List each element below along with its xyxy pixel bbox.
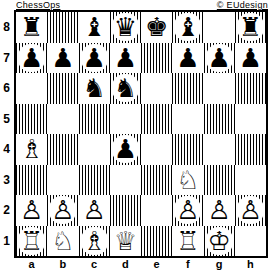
square-g7: ♟ [204,43,235,74]
square-f2: ♙ [172,195,203,226]
piece-white-pawn: ♙ [174,196,201,224]
piece-black-pawn: ♟ [174,44,201,72]
piece-white-pawn: ♙ [206,196,233,224]
file-label-g: g [204,258,235,270]
rank-label-8: 8 [0,12,13,43]
piece-white-queen: ♕ [112,227,139,255]
piece-white-bishop: ♗ [81,227,108,255]
piece-black-pawn: ♟ [18,44,45,72]
square-g8 [204,12,235,43]
square-c1: ♗ [79,226,110,257]
square-e8: ♚ [141,12,172,43]
piece-white-pawn: ♙ [81,196,108,224]
square-b7: ♟ [47,43,78,74]
square-a3 [16,165,47,196]
file-label-d: d [110,258,141,270]
square-d6: ♞ [110,73,141,104]
square-h6 [235,73,266,104]
file-label-c: c [79,258,110,270]
square-a7: ♟ [16,43,47,74]
square-c3 [79,165,110,196]
square-c6: ♞ [79,73,110,104]
rank-labels: 87654321 [0,12,13,256]
square-c2: ♙ [79,195,110,226]
piece-white-king: ♔ [206,227,233,255]
square-e3 [141,165,172,196]
rank-label-3: 3 [0,165,13,196]
piece-black-bishop: ♝ [174,13,201,41]
square-b1: ♘ [47,226,78,257]
chess-board: ♜♝♛♚♝♜♟♟♟♟♟♟♟♞♞♗♟♘♙♙♙♙♙♙♖♘♗♕♖♔ [14,10,268,258]
square-e6 [141,73,172,104]
square-f1: ♖ [172,226,203,257]
eudesign-credit-link[interactable]: © EUdesign [217,0,268,10]
piece-black-bishop: ♝ [81,13,108,41]
square-h7: ♟ [235,43,266,74]
square-b8 [47,12,78,43]
square-b3 [47,165,78,196]
piece-black-king: ♚ [143,13,170,41]
piece-black-queen: ♛ [112,13,139,41]
square-h4 [235,134,266,165]
rank-label-6: 6 [0,73,13,104]
piece-white-pawn: ♙ [18,196,45,224]
square-f3: ♘ [172,165,203,196]
piece-black-knight: ♞ [112,74,139,102]
square-a2: ♙ [16,195,47,226]
piece-white-knight: ♘ [49,227,76,255]
square-d7: ♟ [110,43,141,74]
square-a5 [16,104,47,135]
page: ChessOps © EUdesign ♜♝♛♚♝♜♟♟♟♟♟♟♟♞♞♗♟♘♙♙… [0,0,270,270]
square-c5 [79,104,110,135]
square-b2: ♙ [47,195,78,226]
rank-label-5: 5 [0,104,13,135]
piece-black-pawn: ♟ [49,44,76,72]
rank-label-2: 2 [0,195,13,226]
square-h5 [235,104,266,135]
square-g3 [204,165,235,196]
square-b5 [47,104,78,135]
square-b6 [47,73,78,104]
square-a8: ♜ [16,12,47,43]
piece-black-pawn: ♟ [81,44,108,72]
square-c8: ♝ [79,12,110,43]
square-h1 [235,226,266,257]
piece-black-knight: ♞ [81,74,108,102]
square-g5 [204,104,235,135]
file-label-a: a [16,258,47,270]
square-f8: ♝ [172,12,203,43]
square-a1: ♖ [16,226,47,257]
square-d8: ♛ [110,12,141,43]
square-h3 [235,165,266,196]
square-b4 [47,134,78,165]
square-d1: ♕ [110,226,141,257]
rank-label-4: 4 [0,134,13,165]
square-e1 [141,226,172,257]
square-g1: ♔ [204,226,235,257]
piece-black-rook: ♜ [237,13,264,41]
square-g6 [204,73,235,104]
square-f7: ♟ [172,43,203,74]
square-e5 [141,104,172,135]
rank-label-7: 7 [0,43,13,74]
piece-black-pawn: ♟ [206,44,233,72]
file-labels: abcdefgh [16,258,266,270]
square-a4: ♗ [16,134,47,165]
rank-label-1: 1 [0,226,13,257]
square-c7: ♟ [79,43,110,74]
square-g2: ♙ [204,195,235,226]
chessops-link[interactable]: ChessOps [16,0,60,10]
piece-white-rook: ♖ [18,227,45,255]
square-h2: ♙ [235,195,266,226]
square-f6 [172,73,203,104]
piece-black-pawn: ♟ [112,44,139,72]
file-label-f: f [172,258,203,270]
square-d2 [110,195,141,226]
square-e2 [141,195,172,226]
square-a6 [16,73,47,104]
square-f4 [172,134,203,165]
square-c4 [79,134,110,165]
square-e4 [141,134,172,165]
piece-white-pawn: ♙ [237,196,264,224]
piece-black-pawn: ♟ [237,44,264,72]
piece-black-rook: ♜ [18,13,45,41]
square-d4: ♟ [110,134,141,165]
square-h8: ♜ [235,12,266,43]
file-label-e: e [141,258,172,270]
square-d3 [110,165,141,196]
piece-white-rook: ♖ [174,227,201,255]
piece-white-pawn: ♙ [49,196,76,224]
square-d5 [110,104,141,135]
piece-black-pawn: ♟ [112,135,139,163]
square-f5 [172,104,203,135]
file-label-h: h [235,258,266,270]
file-label-b: b [47,258,78,270]
square-e7 [141,43,172,74]
piece-white-knight: ♘ [174,166,201,194]
square-g4 [204,134,235,165]
piece-white-bishop: ♗ [18,135,45,163]
